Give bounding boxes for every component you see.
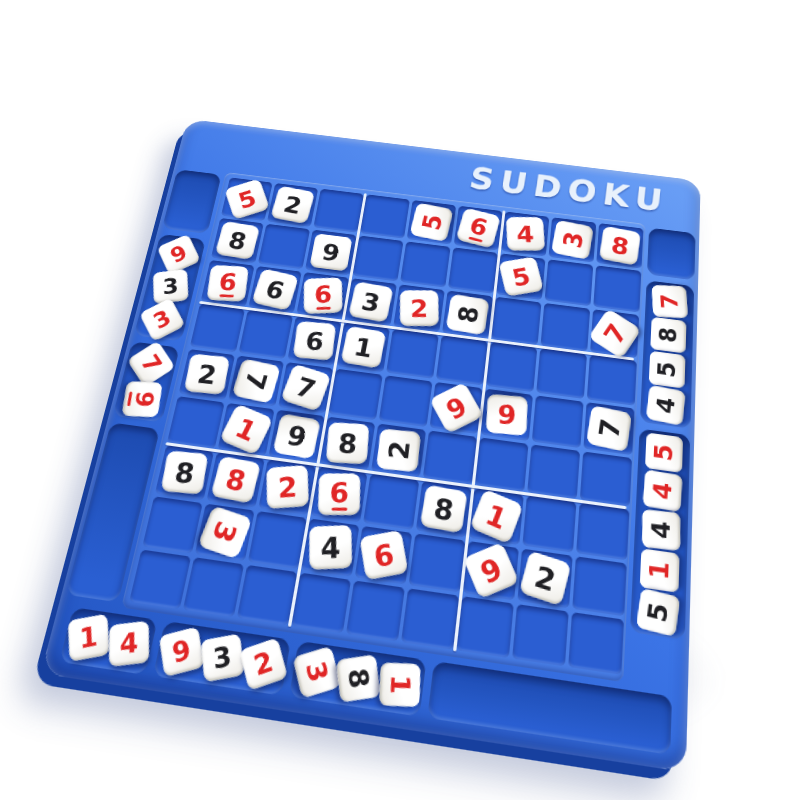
grid-cell[interactable] [475,437,529,492]
grid-cell[interactable]: 3 [345,278,397,326]
number-tile[interactable]: 1 [379,663,420,707]
tile-digit: 3 [150,307,174,333]
grid-cell[interactable] [491,297,541,345]
grid-cell[interactable]: 1 [218,403,275,456]
number-tile[interactable]: 9 [159,626,204,677]
grid-cell[interactable]: 2 [258,459,316,515]
tile-digit: 4 [321,533,341,563]
tile-digit: 6 [314,282,332,306]
grid-cell[interactable] [291,573,351,634]
grid-cell[interactable] [360,194,410,238]
grid-cell[interactable]: 3 [195,504,255,562]
number-tile[interactable]: 1 [219,404,273,455]
grid-cell[interactable] [248,511,307,569]
grid-cell[interactable]: 1 [469,488,524,545]
digit-underline [219,294,234,297]
tile-digit: 7 [241,369,272,392]
number-tile[interactable]: 2 [184,354,230,395]
grid-cell[interactable]: 6 [454,206,503,251]
number-tile[interactable]: 7 [232,358,281,403]
tile-digit: 8 [226,228,249,253]
scene: SUDOKU 93379 525643889566632876127796716… [0,0,800,800]
tray-compartment: 7854 [640,280,694,428]
tile-digit: 8 [454,304,482,325]
grid-cell[interactable] [409,533,466,592]
number-tile[interactable]: 2 [270,186,315,224]
grid-cell[interactable]: 9 [463,541,519,600]
grid-cell[interactable] [576,503,629,561]
tile-digit: 4 [120,629,138,659]
tile-digit: 8 [344,666,373,690]
grid-cell[interactable]: 2 [371,424,426,478]
grid-cell[interactable] [536,348,587,399]
tray-compartment: 54415 [630,429,690,640]
sudoku-board: SUDOKU 93379 525643889566632876127796716… [41,119,701,772]
tile-digit: 7 [658,294,682,310]
grid-cell[interactable] [328,369,382,421]
number-tile[interactable]: 7 [588,308,641,358]
digit-underline [316,306,330,309]
tile-digit: 6 [218,270,239,294]
grid-cell[interactable]: 2 [517,549,572,609]
grid-cell[interactable]: 6 [296,272,349,319]
tile-digit: 3 [559,230,587,250]
tray-compartment: 14 [59,607,157,675]
number-tile[interactable]: 2 [400,291,439,326]
grid-cell[interactable]: 8 [320,417,376,471]
grid-cell[interactable] [486,342,537,392]
grid-cell[interactable] [587,355,637,406]
grid-cell[interactable]: 5 [407,200,456,244]
grid-cell[interactable]: 8 [442,291,493,339]
tile-digit: 3 [360,289,383,315]
grid-cell[interactable] [313,189,364,233]
number-tile[interactable]: 6 [318,474,360,515]
tile-digit: 8 [223,464,249,495]
grid-cell[interactable]: 6 [287,316,341,365]
number-tile[interactable]: 2 [376,429,421,473]
number-tile[interactable]: 7 [586,405,632,452]
tile-digit: 2 [277,472,297,501]
grid-cell[interactable] [190,304,245,353]
grid-cell[interactable] [436,335,488,385]
tile-digit: 4 [649,520,674,540]
number-tile[interactable]: 8 [446,294,490,335]
grid-cell[interactable]: 4 [301,518,359,576]
grid-cell[interactable] [183,557,244,617]
number-tile[interactable]: 9 [429,382,483,434]
grid-cell[interactable] [540,303,590,352]
number-tile[interactable]: 1 [640,548,680,592]
grid-cell[interactable]: 3 [549,217,597,262]
tile-digit: 9 [442,392,471,423]
grid-cell[interactable] [400,241,451,287]
grid-cell[interactable]: 9 [305,230,357,276]
grid-cell[interactable]: 8 [596,223,643,268]
tile-digit: 2 [532,561,559,596]
tile-digit: 5 [644,600,672,625]
number-tile[interactable]: 3 [293,646,341,699]
number-tile[interactable]: 5 [224,179,269,220]
tile-digit: 5 [510,264,533,290]
grid-cell[interactable] [142,496,202,553]
grid-cell[interactable] [568,612,624,675]
number-tile[interactable]: 4 [642,509,680,551]
number-tile[interactable]: 4 [643,469,683,512]
number-tile[interactable]: 8 [650,317,686,354]
grid-cell[interactable] [386,329,439,379]
grid-cell[interactable]: 6 [311,467,368,523]
number-tile[interactable]: 2 [266,465,308,509]
tile-digit: 7 [137,351,166,377]
grid-cell[interactable]: 4 [501,212,549,257]
tile-digit: 4 [653,395,679,415]
tile-digit: 1 [386,674,413,695]
grid-cell[interactable] [532,395,584,448]
grid-cell[interactable] [512,604,569,666]
tile-digit: 5 [418,212,446,232]
number-tile[interactable]: 8 [336,654,380,702]
grid-cell[interactable] [593,265,641,312]
tile-digit: 9 [170,636,192,668]
tile-digit: 7 [594,417,624,441]
number-tile[interactable]: 6 [304,278,342,314]
grid-cell[interactable]: 9 [429,382,482,434]
tile-digit: 3 [212,642,233,673]
number-tile[interactable]: 6 [456,208,501,249]
tile-digit: 8 [657,326,681,344]
tile-digit: 3 [162,275,179,297]
grid-cell[interactable] [379,375,433,427]
number-tile[interactable]: 3 [153,269,188,304]
grid-cell[interactable]: 7 [228,356,284,407]
number-tile[interactable]: 4 [646,385,686,426]
number-tile[interactable]: 5 [499,257,544,297]
grid-cell[interactable]: 8 [155,445,214,500]
tray-compartment: 381 [289,641,426,717]
number-tile[interactable]: 6 [360,530,409,580]
number-tile[interactable]: 3 [201,634,245,683]
number-tile[interactable]: 2 [239,638,288,691]
number-tile[interactable]: 4 [506,217,545,250]
number-tile[interactable]: 4 [309,525,352,569]
grid-cell[interactable] [456,596,513,658]
grid-cell[interactable] [363,474,419,530]
tile-digit: 6 [497,401,517,429]
grid-cell[interactable] [522,495,576,552]
grid-cell[interactable] [448,247,498,293]
tile-digit: 4 [650,480,676,501]
tile-digit: 3 [302,659,332,686]
grid-cell[interactable] [423,430,477,484]
grid-cell[interactable]: 5 [221,177,273,221]
tile-digit: 5 [652,443,677,463]
number-tile[interactable]: 4 [109,621,149,667]
number-tile[interactable]: 9 [122,381,163,417]
number-tile[interactable]: 3 [348,281,393,322]
number-tile[interactable]: 7 [652,285,688,318]
grid-cell[interactable]: 2 [393,284,445,332]
tile-digit: 1 [232,414,261,445]
grid-cell[interactable] [580,451,632,506]
tile-digit: 8 [432,493,456,524]
tile-digit: 2 [410,296,428,320]
tile-digit: 2 [196,361,219,388]
tile-digit: 1 [482,499,510,533]
grid-cell[interactable]: 6 [355,526,413,585]
top-right-pocket [647,228,696,281]
grid-cell[interactable] [129,550,191,610]
grid-cell[interactable]: 6 [268,410,324,463]
grid-cell[interactable]: 7 [583,402,634,455]
grid-cell[interactable]: 2 [179,349,235,400]
grid-cell[interactable] [401,588,459,650]
number-tile[interactable]: 5 [636,588,680,637]
number-tile[interactable]: 6 [293,321,336,360]
grid-cell[interactable]: 1 [337,323,390,373]
grid-cell[interactable] [258,224,310,269]
number-tile[interactable]: 8 [420,485,468,533]
number-tile[interactable]: 3 [551,220,594,260]
tile-digit: 3 [208,518,242,546]
tile-digit: 1 [647,560,673,582]
grid-cell[interactable]: 7 [590,309,639,358]
number-tile[interactable]: 2 [519,551,571,606]
tray-compartment: 932 [153,621,291,696]
number-tile[interactable]: 8 [326,423,369,465]
tile-digit: 6 [304,328,325,354]
number-tile[interactable]: 7 [127,341,175,388]
tile-digit: 6 [467,214,490,240]
tile-digit: 6 [329,478,349,506]
grid-cell[interactable] [527,444,580,499]
tile-digit: 9 [167,242,190,266]
number-tile[interactable]: 5 [645,432,683,473]
grid-cell[interactable] [237,565,298,625]
number-tile[interactable]: 3 [139,298,185,342]
number-tile[interactable]: 9 [309,233,352,271]
number-tile[interactable]: 1 [68,614,110,662]
tile-digit: 5 [235,186,258,212]
number-tile[interactable]: 9 [157,234,201,275]
number-tile[interactable]: 8 [211,456,261,504]
grid-cell[interactable]: 6 [480,389,533,441]
number-tile[interactable]: 6 [207,265,249,301]
number-tile[interactable]: 6 [273,414,321,460]
grid-cell[interactable]: 7 [278,362,333,413]
tile-digit: 2 [281,193,304,217]
number-tile[interactable]: 9 [463,542,519,599]
tile-digit: 1 [352,334,375,361]
grid-cell[interactable] [572,556,627,616]
grid-cell[interactable] [545,259,594,306]
number-tile[interactable]: 1 [470,489,524,544]
grid-cell[interactable]: 2 [267,183,318,227]
tile-digit: 6 [372,539,396,571]
tile-digit: 6 [263,276,288,303]
tile-digit: 7 [293,373,320,403]
number-tile[interactable]: 5 [410,203,454,242]
number-tile[interactable]: 6 [251,269,298,311]
tile-digit: 9 [320,240,342,265]
grid-cell[interactable]: 8 [416,481,472,538]
tile-digit: 8 [337,429,358,457]
tile-digit: 5 [655,360,679,379]
number-tile[interactable]: 8 [161,451,209,495]
tile-digit: 8 [173,458,197,487]
tile-digit: 8 [610,233,631,258]
grid-cell[interactable]: 6 [201,260,255,307]
number-tile[interactable]: 3 [198,506,253,560]
product-photo-stage: SUDOKU 93379 525643889566632876127796716… [0,0,800,800]
number-tile[interactable]: 5 [649,351,686,389]
tile-digit: 2 [384,440,413,461]
digit-underline [331,507,347,510]
tile-digit: 7 [599,320,631,348]
number-tile[interactable]: 7 [280,364,331,412]
grid-cell[interactable] [346,580,405,641]
grid-cell[interactable] [167,396,225,449]
grid-cell[interactable]: 8 [206,452,264,507]
number-tile[interactable]: 8 [215,221,260,260]
grid-cell[interactable]: 5 [496,253,545,300]
number-tile[interactable]: 8 [599,226,641,266]
tile-digit: 9 [476,553,506,588]
grid-cell[interactable] [239,310,294,359]
tile-digit: 4 [516,223,535,245]
grid-cell[interactable]: 8 [211,218,264,263]
number-tile[interactable]: 6 [486,394,528,436]
tile-digit: 6 [285,422,309,451]
grid-cell[interactable] [352,236,403,282]
grid-cell[interactable]: 6 [248,266,301,313]
tile-digit: 1 [79,622,99,653]
tile-digit: 2 [251,648,276,681]
tile-digit: 9 [131,391,157,408]
number-tile[interactable]: 1 [341,326,387,368]
